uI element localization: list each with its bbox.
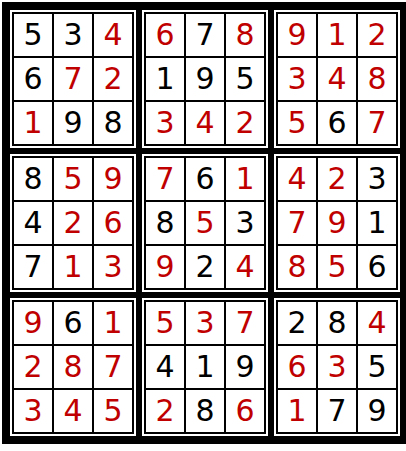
cell-r9c1[interactable]: 3 <box>14 390 52 432</box>
box-1-1: 534672198 <box>12 12 134 146</box>
cell-r6c5[interactable]: 2 <box>186 246 224 288</box>
cell-r2c6[interactable]: 5 <box>226 58 264 100</box>
cell-r1c6[interactable]: 8 <box>226 14 264 56</box>
page: 5346721986781953429123485678594267137618… <box>0 0 406 446</box>
cell-r6c3[interactable]: 3 <box>94 246 132 288</box>
cell-r9c7[interactable]: 1 <box>278 390 316 432</box>
cell-r5c8[interactable]: 9 <box>318 202 356 244</box>
cell-r6c7[interactable]: 8 <box>278 246 316 288</box>
cell-r1c9[interactable]: 2 <box>358 14 396 56</box>
cell-r8c6[interactable]: 9 <box>226 346 264 388</box>
box-3-3: 284635179 <box>276 300 398 434</box>
cell-r9c8[interactable]: 7 <box>318 390 356 432</box>
cell-r5c4[interactable]: 8 <box>146 202 184 244</box>
cell-r4c7[interactable]: 4 <box>278 158 316 200</box>
sudoku-board: 5346721986781953429123485678594267137618… <box>12 12 398 434</box>
cell-r8c5[interactable]: 1 <box>186 346 224 388</box>
cell-r8c4[interactable]: 4 <box>146 346 184 388</box>
cell-r4c5[interactable]: 6 <box>186 158 224 200</box>
cell-r5c7[interactable]: 7 <box>278 202 316 244</box>
cell-r7c9[interactable]: 4 <box>358 302 396 344</box>
cell-r4c1[interactable]: 8 <box>14 158 52 200</box>
cell-r6c4[interactable]: 9 <box>146 246 184 288</box>
cell-r8c3[interactable]: 7 <box>94 346 132 388</box>
cell-r8c1[interactable]: 2 <box>14 346 52 388</box>
cell-r2c5[interactable]: 9 <box>186 58 224 100</box>
cell-r3c9[interactable]: 7 <box>358 102 396 144</box>
cell-r4c2[interactable]: 5 <box>54 158 92 200</box>
box-3-2: 537419286 <box>144 300 266 434</box>
cell-r9c6[interactable]: 6 <box>226 390 264 432</box>
cell-r7c7[interactable]: 2 <box>278 302 316 344</box>
cell-r7c2[interactable]: 6 <box>54 302 92 344</box>
cell-r1c4[interactable]: 6 <box>146 14 184 56</box>
cell-r2c2[interactable]: 7 <box>54 58 92 100</box>
cell-r4c9[interactable]: 3 <box>358 158 396 200</box>
cell-r5c5[interactable]: 5 <box>186 202 224 244</box>
cell-r8c8[interactable]: 3 <box>318 346 356 388</box>
cell-r1c1[interactable]: 5 <box>14 14 52 56</box>
cell-r1c5[interactable]: 7 <box>186 14 224 56</box>
cell-r8c9[interactable]: 5 <box>358 346 396 388</box>
cell-r7c6[interactable]: 7 <box>226 302 264 344</box>
cell-r3c8[interactable]: 6 <box>318 102 356 144</box>
cell-r4c3[interactable]: 9 <box>94 158 132 200</box>
cell-r8c7[interactable]: 6 <box>278 346 316 388</box>
cell-r4c6[interactable]: 1 <box>226 158 264 200</box>
cell-r1c8[interactable]: 1 <box>318 14 356 56</box>
cell-r3c3[interactable]: 8 <box>94 102 132 144</box>
cell-r3c7[interactable]: 5 <box>278 102 316 144</box>
cell-r1c3[interactable]: 4 <box>94 14 132 56</box>
cell-r8c2[interactable]: 8 <box>54 346 92 388</box>
cell-r5c2[interactable]: 2 <box>54 202 92 244</box>
cell-r2c8[interactable]: 4 <box>318 58 356 100</box>
cell-r3c1[interactable]: 1 <box>14 102 52 144</box>
box-2-2: 761853924 <box>144 156 266 290</box>
cell-r5c3[interactable]: 6 <box>94 202 132 244</box>
cell-r7c3[interactable]: 1 <box>94 302 132 344</box>
cell-r4c8[interactable]: 2 <box>318 158 356 200</box>
cell-r6c8[interactable]: 5 <box>318 246 356 288</box>
cell-r4c4[interactable]: 7 <box>146 158 184 200</box>
cell-r2c7[interactable]: 3 <box>278 58 316 100</box>
cell-r3c4[interactable]: 3 <box>146 102 184 144</box>
cell-r7c1[interactable]: 9 <box>14 302 52 344</box>
box-2-1: 859426713 <box>12 156 134 290</box>
cell-r7c4[interactable]: 5 <box>146 302 184 344</box>
cell-r9c3[interactable]: 5 <box>94 390 132 432</box>
box-3-1: 961287345 <box>12 300 134 434</box>
cell-r3c6[interactable]: 2 <box>226 102 264 144</box>
cell-r7c5[interactable]: 3 <box>186 302 224 344</box>
cell-r2c9[interactable]: 8 <box>358 58 396 100</box>
cell-r5c9[interactable]: 1 <box>358 202 396 244</box>
cell-r6c9[interactable]: 6 <box>358 246 396 288</box>
cell-r2c4[interactable]: 1 <box>146 58 184 100</box>
cell-r7c8[interactable]: 8 <box>318 302 356 344</box>
box-1-3: 912348567 <box>276 12 398 146</box>
cell-r2c1[interactable]: 6 <box>14 58 52 100</box>
cell-r6c1[interactable]: 7 <box>14 246 52 288</box>
sudoku-board-frame: 5346721986781953429123485678594267137618… <box>2 2 406 444</box>
box-1-2: 678195342 <box>144 12 266 146</box>
cell-r1c7[interactable]: 9 <box>278 14 316 56</box>
cell-r5c6[interactable]: 3 <box>226 202 264 244</box>
cell-r6c6[interactable]: 4 <box>226 246 264 288</box>
cell-r9c2[interactable]: 4 <box>54 390 92 432</box>
cell-r6c2[interactable]: 1 <box>54 246 92 288</box>
cell-r2c3[interactable]: 2 <box>94 58 132 100</box>
cell-r3c2[interactable]: 9 <box>54 102 92 144</box>
cell-r5c1[interactable]: 4 <box>14 202 52 244</box>
cell-r9c5[interactable]: 8 <box>186 390 224 432</box>
cell-r9c4[interactable]: 2 <box>146 390 184 432</box>
cell-r3c5[interactable]: 4 <box>186 102 224 144</box>
box-2-3: 423791856 <box>276 156 398 290</box>
cell-r9c9[interactable]: 9 <box>358 390 396 432</box>
cell-r1c2[interactable]: 3 <box>54 14 92 56</box>
